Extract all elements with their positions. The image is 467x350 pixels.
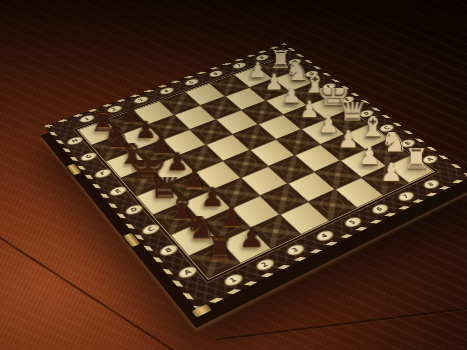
coord-plaque-left-A: A (177, 265, 199, 279)
coord-plaque-top-1: 1 (78, 114, 95, 123)
coord-plaque-left-C: C (141, 223, 161, 236)
coord-plaque-right-B: B (399, 138, 417, 148)
coord-plaque-left-E: E (109, 185, 128, 196)
table-plank-seam (216, 306, 467, 341)
coord-plaque-left-H: H (66, 136, 84, 146)
coord-plaque-top-7: 7 (231, 62, 247, 70)
brass-hinge (67, 164, 82, 176)
coord-plaque-bottom-4: 4 (314, 230, 334, 243)
coord-plaque-left-D: D (124, 204, 144, 216)
coord-plaque-right-A: A (421, 154, 439, 164)
coord-plaque-left-G: G (80, 152, 98, 162)
coord-plaque-top-5: 5 (183, 78, 199, 86)
coord-plaque-bottom-7: 7 (396, 191, 415, 203)
table-plank-seam (0, 235, 174, 350)
dark-pawn-d2: ♟ (177, 165, 211, 199)
coord-plaque-top-4: 4 (158, 87, 174, 95)
coord-plaque-bottom-5: 5 (343, 216, 363, 228)
coord-plaque-left-F: F (94, 168, 113, 179)
brass-hinge (123, 233, 140, 248)
coord-plaque-right-G: G (304, 70, 320, 78)
coord-plaque-right-D: D (358, 109, 375, 118)
coord-plaque-bottom-3: 3 (285, 244, 306, 257)
chessboard: ♜♟♟♜♞♟♟♞♝♟♟♝♚♟♟♚♛♟♟♛♝♟♟♝♞♟♟♞♜♟♟♜ HHGGFFE… (44, 43, 467, 311)
photo-scene: ♜♟♟♜♞♟♟♞♝♟♟♝♚♟♟♚♛♟♟♛♝♟♟♝♞♟♟♞♜♟♟♜ HHGGFFE… (0, 0, 467, 350)
coord-plaque-left-B: B (158, 244, 179, 257)
brass-clasp (192, 304, 212, 318)
square-f3 (163, 130, 206, 156)
coord-plaque-right-C: C (378, 123, 395, 132)
coord-plaque-right-F: F (321, 82, 337, 90)
square-b2: ♟ (201, 208, 250, 241)
coord-plaque-top-8: 8 (254, 54, 269, 61)
coord-plaque-right-E: E (339, 96, 356, 105)
coord-plaque-bottom-2: 2 (254, 258, 275, 272)
coord-plaque-bottom-1: 1 (222, 273, 244, 288)
coord-plaque-top-3: 3 (132, 96, 149, 105)
coord-plaque-bottom-8: 8 (422, 179, 441, 190)
square-a6 (335, 178, 383, 208)
coord-plaque-right-H: H (287, 58, 303, 65)
coord-plaque-top-2: 2 (106, 105, 123, 114)
coord-plaque-top-6: 6 (208, 70, 224, 78)
coord-plaque-bottom-6: 6 (370, 203, 390, 215)
cream-queen-d8: ♛ (337, 102, 368, 133)
